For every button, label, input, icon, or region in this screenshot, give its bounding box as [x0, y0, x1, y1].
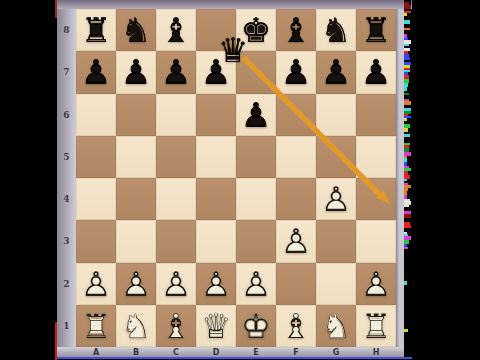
- piece-bN[interactable]: ♞♘: [116, 9, 156, 51]
- window-top-border: [57, 0, 412, 9]
- square-b3[interactable]: [116, 220, 156, 262]
- piece-wP[interactable]: ♟♙: [316, 178, 356, 220]
- square-d3[interactable]: [196, 220, 236, 262]
- rank-label-5: 5: [57, 136, 76, 178]
- piece-wR[interactable]: ♜♖: [356, 305, 396, 347]
- noise-segment: [404, 329, 408, 332]
- piece-bP[interactable]: ♟♙: [156, 51, 196, 93]
- square-h2[interactable]: ♟♙: [356, 263, 396, 305]
- rank-label-7: 7: [57, 51, 76, 93]
- square-c3[interactable]: [156, 220, 196, 262]
- square-h3[interactable]: [356, 220, 396, 262]
- noise-segment: [404, 57, 410, 60]
- square-c2[interactable]: ♟♙: [156, 263, 196, 305]
- square-f4[interactable]: [276, 178, 316, 220]
- square-f6[interactable]: [276, 94, 316, 136]
- square-e2[interactable]: ♟♙: [236, 263, 276, 305]
- piece-wB[interactable]: ♝♗: [156, 305, 196, 347]
- square-f1[interactable]: ♝♗: [276, 305, 316, 347]
- square-g6[interactable]: [316, 94, 356, 136]
- rank-coordinate-strip: 87654321: [57, 9, 76, 347]
- square-a3[interactable]: [76, 220, 116, 262]
- piece-bR[interactable]: ♜♖: [76, 9, 116, 51]
- square-a4[interactable]: [76, 178, 116, 220]
- noise-segment: [404, 101, 411, 105]
- piece-bP[interactable]: ♟♙: [76, 51, 116, 93]
- square-f5[interactable]: [276, 136, 316, 178]
- square-h1[interactable]: ♜♖: [356, 305, 396, 347]
- rank-label-3: 3: [57, 220, 76, 262]
- square-a7[interactable]: ♟♙: [76, 51, 116, 93]
- file-label-h: H: [356, 347, 396, 357]
- square-h8[interactable]: ♜♖: [356, 9, 396, 51]
- piece-wN[interactable]: ♞♘: [116, 305, 156, 347]
- piece-wR[interactable]: ♜♖: [76, 305, 116, 347]
- square-e4[interactable]: [236, 178, 276, 220]
- file-coordinate-strip: ABCDEFGH: [57, 347, 404, 357]
- piece-wP[interactable]: ♟♙: [236, 263, 276, 305]
- square-b4[interactable]: [116, 178, 156, 220]
- moving-black-queen[interactable]: ♛♕: [213, 29, 253, 71]
- square-b2[interactable]: ♟♙: [116, 263, 156, 305]
- compression-noise-strip: [404, 0, 411, 360]
- noise-segment: [404, 118, 407, 121]
- file-label-f: F: [276, 347, 316, 357]
- noise-segment: [404, 28, 410, 30]
- square-b6[interactable]: [116, 94, 156, 136]
- piece-bQ[interactable]: ♛♕: [213, 29, 253, 71]
- square-h7[interactable]: ♟♙: [356, 51, 396, 93]
- square-g1[interactable]: ♞♘: [316, 305, 356, 347]
- square-d2[interactable]: ♟♙: [196, 263, 236, 305]
- compression-artifact: [55, 322, 57, 360]
- noise-segment: [404, 247, 408, 249]
- noise-segment: [404, 20, 410, 24]
- rank-label-2: 2: [57, 263, 76, 305]
- square-h4[interactable]: [356, 178, 396, 220]
- noise-segment: [404, 205, 409, 207]
- piece-bP[interactable]: ♟♙: [276, 51, 316, 93]
- square-d4[interactable]: [196, 178, 236, 220]
- square-g3[interactable]: [316, 220, 356, 262]
- piece-bR[interactable]: ♜♖: [356, 9, 396, 51]
- square-e1[interactable]: ♚♔: [236, 305, 276, 347]
- file-label-b: B: [116, 347, 156, 357]
- piece-wK[interactable]: ♚♔: [236, 305, 276, 347]
- square-c4[interactable]: [156, 178, 196, 220]
- square-g5[interactable]: [316, 136, 356, 178]
- square-a8[interactable]: ♜♖: [76, 9, 116, 51]
- piece-bP[interactable]: ♟♙: [236, 94, 276, 136]
- noise-segment: [404, 128, 408, 132]
- square-g2[interactable]: [316, 263, 356, 305]
- square-b7[interactable]: ♟♙: [116, 51, 156, 93]
- compression-artifact: [55, 0, 57, 18]
- square-a5[interactable]: [76, 136, 116, 178]
- piece-wP[interactable]: ♟♙: [156, 263, 196, 305]
- square-b1[interactable]: ♞♘: [116, 305, 156, 347]
- rank-label-6: 6: [57, 94, 76, 136]
- square-b5[interactable]: [116, 136, 156, 178]
- noise-segment: [404, 87, 407, 91]
- square-g8[interactable]: ♞♘: [316, 9, 356, 51]
- window-bottom-border: [57, 357, 412, 359]
- board-right-border: [396, 9, 404, 357]
- noise-segment: [404, 214, 411, 218]
- square-c7[interactable]: ♟♙: [156, 51, 196, 93]
- rank-label-1: 1: [57, 305, 76, 347]
- video-frame: 87654321 ♜♖♞♘♝♗♚♔♝♗♞♘♜♖♟♙♟♙♟♙♟♙♟♙♟♙♟♙♟♙♟…: [0, 0, 480, 360]
- piece-bN[interactable]: ♞♘: [316, 9, 356, 51]
- square-e3[interactable]: [236, 220, 276, 262]
- square-e6[interactable]: ♟♙: [236, 94, 276, 136]
- piece-wQ[interactable]: ♛♕: [196, 305, 236, 347]
- piece-wP[interactable]: ♟♙: [276, 220, 316, 262]
- file-label-a: A: [76, 347, 116, 357]
- square-d5[interactable]: [196, 136, 236, 178]
- noise-segment: [404, 179, 407, 181]
- piece-wP[interactable]: ♟♙: [76, 263, 116, 305]
- noise-segment: [404, 5, 411, 9]
- square-a6[interactable]: [76, 94, 116, 136]
- square-h6[interactable]: [356, 94, 396, 136]
- noise-segment: [404, 225, 411, 228]
- square-c1[interactable]: ♝♗: [156, 305, 196, 347]
- piece-bP[interactable]: ♟♙: [116, 51, 156, 93]
- square-c5[interactable]: [156, 136, 196, 178]
- noise-segment: [404, 44, 409, 46]
- square-f2[interactable]: [276, 263, 316, 305]
- square-a1[interactable]: ♜♖: [76, 305, 116, 347]
- piece-bP[interactable]: ♟♙: [316, 51, 356, 93]
- piece-wN[interactable]: ♞♘: [316, 305, 356, 347]
- square-c8[interactable]: ♝♗: [156, 9, 196, 51]
- square-h5[interactable]: [356, 136, 396, 178]
- file-labels: ABCDEFGH: [76, 347, 396, 357]
- piece-bP[interactable]: ♟♙: [356, 51, 396, 93]
- square-d6[interactable]: [196, 94, 236, 136]
- rank-label-8: 8: [57, 9, 76, 51]
- square-a2[interactable]: ♟♙: [76, 263, 116, 305]
- noise-segment: [404, 13, 407, 16]
- square-g4[interactable]: ♟♙: [316, 178, 356, 220]
- piece-wP[interactable]: ♟♙: [116, 263, 156, 305]
- square-b8[interactable]: ♞♘: [116, 9, 156, 51]
- noise-segment: [404, 281, 407, 285]
- piece-wP[interactable]: ♟♙: [196, 263, 236, 305]
- piece-wB[interactable]: ♝♗: [276, 305, 316, 347]
- square-g7[interactable]: ♟♙: [316, 51, 356, 93]
- square-e5[interactable]: [236, 136, 276, 178]
- file-label-c: C: [156, 347, 196, 357]
- piece-bB[interactable]: ♝♗: [276, 9, 316, 51]
- square-c6[interactable]: [156, 94, 196, 136]
- square-f7[interactable]: ♟♙: [276, 51, 316, 93]
- square-f3[interactable]: ♟♙: [276, 220, 316, 262]
- piece-bB[interactable]: ♝♗: [156, 9, 196, 51]
- square-d1[interactable]: ♛♕: [196, 305, 236, 347]
- file-label-d: D: [196, 347, 236, 357]
- file-label-g: G: [316, 347, 356, 357]
- piece-wP[interactable]: ♟♙: [356, 263, 396, 305]
- noise-segment: [404, 134, 410, 137]
- noise-segment: [404, 93, 409, 95]
- file-label-e: E: [236, 347, 276, 357]
- square-f8[interactable]: ♝♗: [276, 9, 316, 51]
- rank-label-4: 4: [57, 178, 76, 220]
